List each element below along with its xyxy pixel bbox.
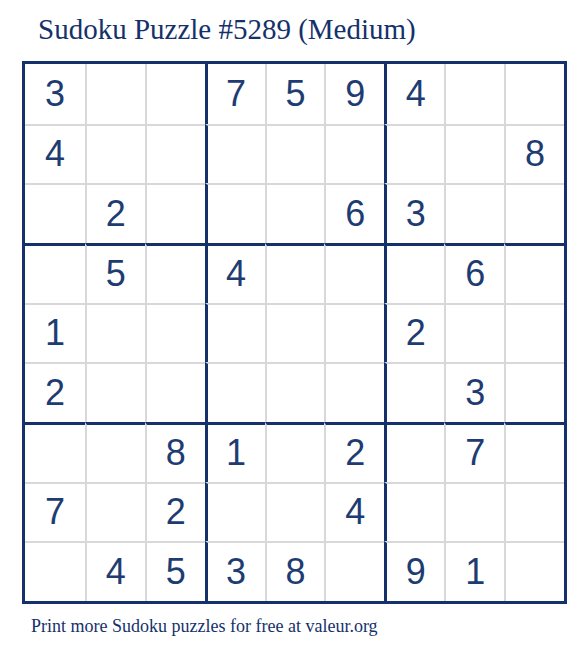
cell-r7c2 bbox=[85, 422, 145, 482]
cell-r9c7: 9 bbox=[384, 541, 444, 601]
cell-r8c1: 7 bbox=[25, 482, 85, 542]
cell-r5c1: 1 bbox=[25, 303, 85, 363]
cell-r6c6 bbox=[324, 362, 384, 422]
cell-r9c3: 5 bbox=[145, 541, 205, 601]
cell-r4c3 bbox=[145, 243, 205, 303]
cell-r4c7 bbox=[384, 243, 444, 303]
cell-r7c3: 8 bbox=[145, 422, 205, 482]
cell-r2c9: 8 bbox=[504, 124, 564, 184]
cell-r4c4: 4 bbox=[205, 243, 265, 303]
cell-r7c5 bbox=[265, 422, 325, 482]
cell-r8c9 bbox=[504, 482, 564, 542]
cell-r1c4: 7 bbox=[205, 64, 265, 124]
cell-r6c8: 3 bbox=[444, 362, 504, 422]
cell-r2c2 bbox=[85, 124, 145, 184]
cell-r5c4 bbox=[205, 303, 265, 363]
cell-r5c8 bbox=[444, 303, 504, 363]
cell-r6c5 bbox=[265, 362, 325, 422]
cell-r1c1: 3 bbox=[25, 64, 85, 124]
cell-r1c3 bbox=[145, 64, 205, 124]
cell-r1c9 bbox=[504, 64, 564, 124]
cell-r2c4 bbox=[205, 124, 265, 184]
cell-r4c5 bbox=[265, 243, 325, 303]
cell-r9c8: 1 bbox=[444, 541, 504, 601]
cell-r3c6: 6 bbox=[324, 183, 384, 243]
cell-r8c4 bbox=[205, 482, 265, 542]
cell-r1c2 bbox=[85, 64, 145, 124]
cell-r8c6: 4 bbox=[324, 482, 384, 542]
cell-r1c6: 9 bbox=[324, 64, 384, 124]
cell-r6c7 bbox=[384, 362, 444, 422]
cell-r8c8 bbox=[444, 482, 504, 542]
cell-r6c4 bbox=[205, 362, 265, 422]
cell-r3c3 bbox=[145, 183, 205, 243]
cell-r3c8 bbox=[444, 183, 504, 243]
cell-r1c5: 5 bbox=[265, 64, 325, 124]
cell-r8c3: 2 bbox=[145, 482, 205, 542]
cell-r7c4: 1 bbox=[205, 422, 265, 482]
cell-r4c1 bbox=[25, 243, 85, 303]
cell-r4c9 bbox=[504, 243, 564, 303]
cell-r1c8 bbox=[444, 64, 504, 124]
cell-r2c7 bbox=[384, 124, 444, 184]
cell-r6c9 bbox=[504, 362, 564, 422]
cell-r7c8: 7 bbox=[444, 422, 504, 482]
cell-r8c7 bbox=[384, 482, 444, 542]
cell-r3c7: 3 bbox=[384, 183, 444, 243]
cell-r5c7: 2 bbox=[384, 303, 444, 363]
cell-r9c4: 3 bbox=[205, 541, 265, 601]
cell-r5c9 bbox=[504, 303, 564, 363]
cell-r5c3 bbox=[145, 303, 205, 363]
cell-r4c8: 6 bbox=[444, 243, 504, 303]
cell-r9c9 bbox=[504, 541, 564, 601]
cell-r4c6 bbox=[324, 243, 384, 303]
cell-r2c5 bbox=[265, 124, 325, 184]
sudoku-page: Sudoku Puzzle #5289 (Medium) 37594482635… bbox=[0, 0, 574, 651]
cell-r2c1: 4 bbox=[25, 124, 85, 184]
cell-r1c7: 4 bbox=[384, 64, 444, 124]
cell-r6c1: 2 bbox=[25, 362, 85, 422]
cell-r6c3 bbox=[145, 362, 205, 422]
cell-r8c2 bbox=[85, 482, 145, 542]
cell-r2c3 bbox=[145, 124, 205, 184]
cell-r4c2: 5 bbox=[85, 243, 145, 303]
cell-r6c2 bbox=[85, 362, 145, 422]
cell-r7c7 bbox=[384, 422, 444, 482]
cell-r9c1 bbox=[25, 541, 85, 601]
cell-r3c5 bbox=[265, 183, 325, 243]
cell-r2c8 bbox=[444, 124, 504, 184]
footer-text: Print more Sudoku puzzles for free at va… bbox=[31, 616, 378, 638]
cell-r3c4 bbox=[205, 183, 265, 243]
cell-r7c6: 2 bbox=[324, 422, 384, 482]
cell-r8c5 bbox=[265, 482, 325, 542]
cell-r3c2: 2 bbox=[85, 183, 145, 243]
sudoku-board: 375944826354612238127724453891 bbox=[22, 61, 567, 604]
cell-r7c9 bbox=[504, 422, 564, 482]
cell-r3c9 bbox=[504, 183, 564, 243]
puzzle-title: Sudoku Puzzle #5289 (Medium) bbox=[38, 13, 416, 46]
cell-r9c5: 8 bbox=[265, 541, 325, 601]
cell-r7c1 bbox=[25, 422, 85, 482]
cell-r9c2: 4 bbox=[85, 541, 145, 601]
cell-r9c6 bbox=[324, 541, 384, 601]
cell-r5c5 bbox=[265, 303, 325, 363]
cell-r2c6 bbox=[324, 124, 384, 184]
cell-r5c2 bbox=[85, 303, 145, 363]
cell-r5c6 bbox=[324, 303, 384, 363]
cell-r3c1 bbox=[25, 183, 85, 243]
